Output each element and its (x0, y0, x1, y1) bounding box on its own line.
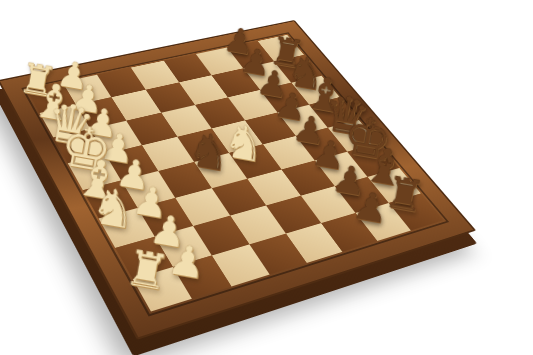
piece-white-knight[interactable]: ♞ (87, 179, 138, 236)
piece-white-rook[interactable]: ♜ (121, 243, 174, 299)
board-frame: ♜♞♝♛♚♝♜♟♟♟♟♟♟♟♟♞♞♟♟♟♟♟♟♟♟♜♝♛♚♝♞♜ (0, 20, 476, 340)
chess-board: ♜♞♝♛♚♝♜♟♟♟♟♟♟♟♟♞♞♟♟♟♟♟♟♟♟♜♝♛♚♝♞♜ (0, 20, 476, 340)
chessboard-scene: ♜♞♝♛♚♝♜♟♟♟♟♟♟♟♟♞♞♟♟♟♟♟♟♟♟♜♝♛♚♝♞♜ (22, 0, 437, 355)
piece-black-pawn[interactable]: ♟ (347, 185, 394, 230)
piece-black-knight[interactable]: ♞ (184, 125, 232, 178)
square-f5[interactable] (247, 169, 301, 205)
photo-stage: ♜♞♝♛♚♝♜♟♟♟♟♟♟♟♟♞♞♟♟♟♟♟♟♟♟♜♝♛♚♝♞♜ (0, 0, 533, 355)
